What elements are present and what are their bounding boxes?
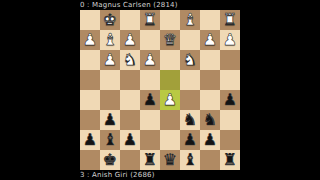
white-king-piece: ♚ xyxy=(100,10,120,30)
black-rook-piece: ♜ xyxy=(220,150,240,170)
black-rook-piece: ♜ xyxy=(140,150,160,170)
letterbox-left xyxy=(0,0,80,180)
square-e4[interactable] xyxy=(140,70,160,90)
square-e7[interactable] xyxy=(140,130,160,150)
white-pawn-piece: ♟ xyxy=(120,30,140,50)
square-h2[interactable]: ♟ xyxy=(80,30,100,50)
square-h1[interactable] xyxy=(80,10,100,30)
square-f7[interactable]: ♟ xyxy=(120,130,140,150)
white-pawn-piece: ♟ xyxy=(160,90,180,110)
square-e1[interactable]: ♜ xyxy=(140,10,160,30)
square-f6[interactable] xyxy=(120,110,140,130)
square-a6[interactable] xyxy=(220,110,240,130)
video-frame: 0 : Magnus Carlsen (2814) ♚♜♝♜♟♝♟♛♟♟♟♞♟♞… xyxy=(0,0,320,180)
square-g7[interactable]: ♝ xyxy=(100,130,120,150)
white-knight-piece: ♞ xyxy=(180,50,200,70)
black-pawn-piece: ♟ xyxy=(120,130,140,150)
square-h4[interactable] xyxy=(80,70,100,90)
black-queen-piece: ♛ xyxy=(160,150,180,170)
square-a4[interactable] xyxy=(220,70,240,90)
square-d5[interactable]: ♟ xyxy=(160,90,180,110)
square-c2[interactable] xyxy=(180,30,200,50)
square-a7[interactable] xyxy=(220,130,240,150)
square-c3[interactable]: ♞ xyxy=(180,50,200,70)
square-e8[interactable]: ♜ xyxy=(140,150,160,170)
white-rook-piece: ♜ xyxy=(220,10,240,30)
square-d2[interactable]: ♛ xyxy=(160,30,180,50)
square-g6[interactable]: ♟ xyxy=(100,110,120,130)
square-g1[interactable]: ♚ xyxy=(100,10,120,30)
square-e2[interactable] xyxy=(140,30,160,50)
square-b6[interactable]: ♞ xyxy=(200,110,220,130)
square-h3[interactable] xyxy=(80,50,100,70)
square-a3[interactable] xyxy=(220,50,240,70)
black-pawn-piece: ♟ xyxy=(140,90,160,110)
square-f4[interactable] xyxy=(120,70,140,90)
square-c4[interactable] xyxy=(180,70,200,90)
white-bishop-piece: ♝ xyxy=(180,10,200,30)
square-g2[interactable]: ♝ xyxy=(100,30,120,50)
square-c7[interactable]: ♟ xyxy=(180,130,200,150)
square-d7[interactable] xyxy=(160,130,180,150)
square-f3[interactable]: ♞ xyxy=(120,50,140,70)
white-pawn-piece: ♟ xyxy=(220,30,240,50)
square-a2[interactable]: ♟ xyxy=(220,30,240,50)
square-e5[interactable]: ♟ xyxy=(140,90,160,110)
letterbox-right xyxy=(240,0,320,180)
square-e6[interactable] xyxy=(140,110,160,130)
square-h6[interactable] xyxy=(80,110,100,130)
square-g4[interactable] xyxy=(100,70,120,90)
square-h5[interactable] xyxy=(80,90,100,110)
black-pawn-piece: ♟ xyxy=(220,90,240,110)
square-b8[interactable] xyxy=(200,150,220,170)
square-b7[interactable]: ♟ xyxy=(200,130,220,150)
square-c8[interactable]: ♝ xyxy=(180,150,200,170)
square-g8[interactable]: ♚ xyxy=(100,150,120,170)
square-a8[interactable]: ♜ xyxy=(220,150,240,170)
square-h8[interactable] xyxy=(80,150,100,170)
white-queen-piece: ♛ xyxy=(160,30,180,50)
white-pawn-piece: ♟ xyxy=(200,30,220,50)
black-pawn-piece: ♟ xyxy=(200,130,220,150)
black-bishop-piece: ♝ xyxy=(100,130,120,150)
square-f5[interactable] xyxy=(120,90,140,110)
square-g5[interactable] xyxy=(100,90,120,110)
square-c5[interactable] xyxy=(180,90,200,110)
square-a5[interactable]: ♟ xyxy=(220,90,240,110)
square-b3[interactable] xyxy=(200,50,220,70)
black-king-piece: ♚ xyxy=(100,150,120,170)
square-b2[interactable]: ♟ xyxy=(200,30,220,50)
square-b5[interactable] xyxy=(200,90,220,110)
square-c6[interactable]: ♞ xyxy=(180,110,200,130)
bottom-player-label: 3 : Anish Giri (2686) xyxy=(80,170,240,180)
square-d6[interactable] xyxy=(160,110,180,130)
square-b4[interactable] xyxy=(200,70,220,90)
black-knight-piece: ♞ xyxy=(180,110,200,130)
square-c1[interactable]: ♝ xyxy=(180,10,200,30)
black-pawn-piece: ♟ xyxy=(80,130,100,150)
black-pawn-piece: ♟ xyxy=(100,110,120,130)
black-bishop-piece: ♝ xyxy=(180,150,200,170)
square-d1[interactable] xyxy=(160,10,180,30)
square-d8[interactable]: ♛ xyxy=(160,150,180,170)
black-pawn-piece: ♟ xyxy=(180,130,200,150)
square-f8[interactable] xyxy=(120,150,140,170)
square-b1[interactable] xyxy=(200,10,220,30)
black-knight-piece: ♞ xyxy=(200,110,220,130)
square-h7[interactable]: ♟ xyxy=(80,130,100,150)
white-pawn-piece: ♟ xyxy=(100,50,120,70)
square-d4[interactable] xyxy=(160,70,180,90)
white-pawn-piece: ♟ xyxy=(80,30,100,50)
square-e3[interactable]: ♟ xyxy=(140,50,160,70)
square-f2[interactable]: ♟ xyxy=(120,30,140,50)
white-rook-piece: ♜ xyxy=(140,10,160,30)
white-knight-piece: ♞ xyxy=(120,50,140,70)
white-pawn-piece: ♟ xyxy=(140,50,160,70)
square-f1[interactable] xyxy=(120,10,140,30)
square-g3[interactable]: ♟ xyxy=(100,50,120,70)
white-bishop-piece: ♝ xyxy=(100,30,120,50)
chess-board: ♚♜♝♜♟♝♟♛♟♟♟♞♟♞♟♟♟♟♞♞♟♝♟♟♟♚♜♛♝♜ xyxy=(80,10,240,170)
square-d3[interactable] xyxy=(160,50,180,70)
top-player-label: 0 : Magnus Carlsen (2814) xyxy=(80,0,240,10)
square-a1[interactable]: ♜ xyxy=(220,10,240,30)
